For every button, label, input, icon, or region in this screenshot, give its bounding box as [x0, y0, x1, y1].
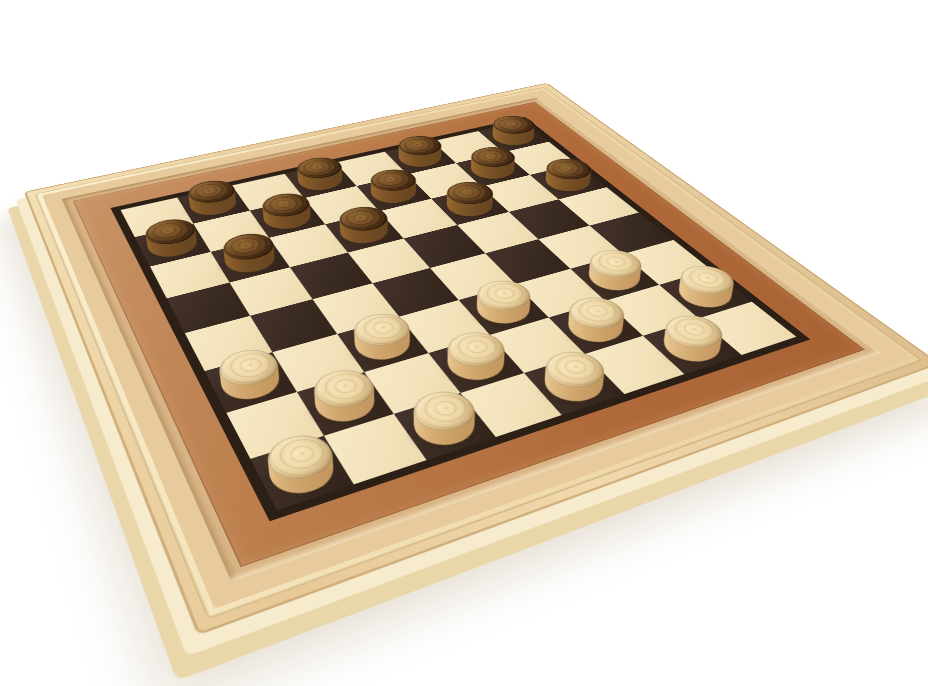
- light-checker[interactable]: [214, 358, 286, 406]
- dark-checker[interactable]: [392, 145, 448, 171]
- light-checker[interactable]: [468, 289, 539, 329]
- dark-checker[interactable]: [486, 124, 541, 148]
- dark-checker[interactable]: [538, 167, 598, 195]
- light-checker[interactable]: [404, 400, 484, 453]
- light-checker[interactable]: [653, 324, 730, 368]
- light-checker[interactable]: [307, 378, 383, 428]
- dark-checker[interactable]: [185, 189, 242, 219]
- dark-checker[interactable]: [439, 191, 500, 221]
- board-photo: [0, 0, 928, 686]
- light-checker[interactable]: [669, 274, 742, 312]
- light-checker[interactable]: [535, 360, 614, 408]
- checkers-board: [24, 83, 928, 636]
- light-checker[interactable]: [347, 322, 419, 366]
- light-checker[interactable]: [580, 259, 650, 296]
- dark-checker[interactable]: [464, 156, 522, 183]
- light-checker[interactable]: [438, 341, 513, 387]
- light-checker[interactable]: [559, 306, 633, 348]
